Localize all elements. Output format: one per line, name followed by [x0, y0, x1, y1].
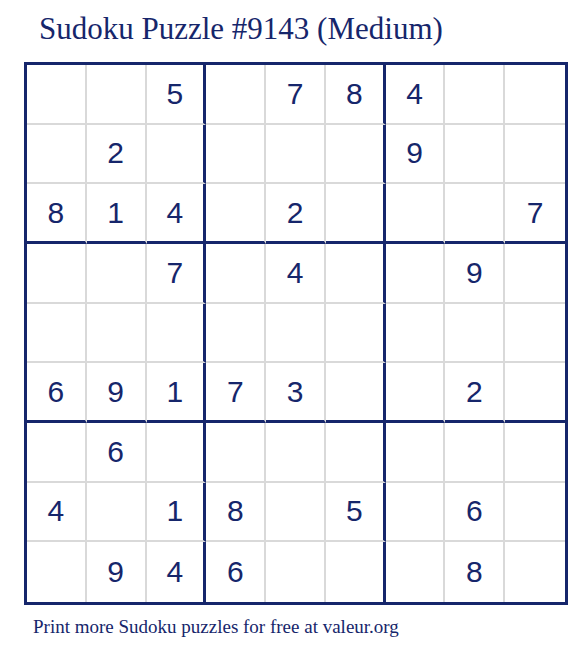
cell-r7c5 — [266, 423, 326, 483]
cell-r3c1: 8 — [27, 184, 87, 244]
cell-r1c8 — [445, 65, 505, 125]
cell-r6c3: 1 — [147, 363, 207, 423]
cell-r9c3: 4 — [147, 542, 207, 602]
cell-r2c8 — [445, 125, 505, 185]
cell-r3c4 — [206, 184, 266, 244]
cell-r1c3: 5 — [147, 65, 207, 125]
cell-r9c6 — [326, 542, 386, 602]
cell-r9c8: 8 — [445, 542, 505, 602]
cell-r1c4 — [206, 65, 266, 125]
cell-r6c8: 2 — [445, 363, 505, 423]
cell-r8c4: 8 — [206, 483, 266, 543]
cell-r3c9: 7 — [505, 184, 565, 244]
cell-r1c6: 8 — [326, 65, 386, 125]
cell-r8c2 — [87, 483, 147, 543]
cell-r1c2 — [87, 65, 147, 125]
cell-r5c4 — [206, 304, 266, 364]
cell-r3c5: 2 — [266, 184, 326, 244]
page-title: Sudoku Puzzle #9143 (Medium) — [39, 12, 443, 46]
cell-r1c5: 7 — [266, 65, 326, 125]
cell-r2c2: 2 — [87, 125, 147, 185]
cell-r9c1 — [27, 542, 87, 602]
cell-r5c6 — [326, 304, 386, 364]
cell-r2c1 — [27, 125, 87, 185]
cell-r8c9 — [505, 483, 565, 543]
cell-r8c5 — [266, 483, 326, 543]
cell-r4c3: 7 — [147, 244, 207, 304]
cell-r8c7 — [386, 483, 446, 543]
cell-r4c5: 4 — [266, 244, 326, 304]
cell-r1c9 — [505, 65, 565, 125]
footer-text: Print more Sudoku puzzles for free at va… — [33, 616, 399, 638]
cell-r6c6 — [326, 363, 386, 423]
cell-r4c7 — [386, 244, 446, 304]
cell-r4c9 — [505, 244, 565, 304]
cell-r7c2: 6 — [87, 423, 147, 483]
cell-r7c1 — [27, 423, 87, 483]
cell-r3c3: 4 — [147, 184, 207, 244]
cell-r4c2 — [87, 244, 147, 304]
cell-r5c9 — [505, 304, 565, 364]
cell-r5c8 — [445, 304, 505, 364]
cell-r6c5: 3 — [266, 363, 326, 423]
cell-r6c1: 6 — [27, 363, 87, 423]
cell-r2c7: 9 — [386, 125, 446, 185]
cell-r1c1 — [27, 65, 87, 125]
cell-r9c4: 6 — [206, 542, 266, 602]
cell-r9c5 — [266, 542, 326, 602]
cell-r7c8 — [445, 423, 505, 483]
cell-r4c6 — [326, 244, 386, 304]
cell-r4c8: 9 — [445, 244, 505, 304]
cell-r3c2: 1 — [87, 184, 147, 244]
cell-r7c9 — [505, 423, 565, 483]
cell-r1c7: 4 — [386, 65, 446, 125]
cell-r3c8 — [445, 184, 505, 244]
cell-r2c3 — [147, 125, 207, 185]
cell-r8c6: 5 — [326, 483, 386, 543]
cell-r4c1 — [27, 244, 87, 304]
cell-r7c6 — [326, 423, 386, 483]
cell-r2c5 — [266, 125, 326, 185]
cell-r5c3 — [147, 304, 207, 364]
cell-r9c9 — [505, 542, 565, 602]
cell-r9c7 — [386, 542, 446, 602]
cell-r2c6 — [326, 125, 386, 185]
cell-r8c8: 6 — [445, 483, 505, 543]
cell-r6c2: 9 — [87, 363, 147, 423]
cell-r8c3: 1 — [147, 483, 207, 543]
cell-r5c2 — [87, 304, 147, 364]
cell-r4c4 — [206, 244, 266, 304]
cell-r2c9 — [505, 125, 565, 185]
cell-r7c4 — [206, 423, 266, 483]
sudoku-board: 578429814277496917326418569468 — [24, 62, 568, 605]
cell-r5c5 — [266, 304, 326, 364]
cell-r8c1: 4 — [27, 483, 87, 543]
cell-r5c7 — [386, 304, 446, 364]
cell-r3c6 — [326, 184, 386, 244]
cell-r6c7 — [386, 363, 446, 423]
cell-r6c9 — [505, 363, 565, 423]
cell-r5c1 — [27, 304, 87, 364]
cell-r7c3 — [147, 423, 207, 483]
cell-r3c7 — [386, 184, 446, 244]
cell-r7c7 — [386, 423, 446, 483]
cell-r6c4: 7 — [206, 363, 266, 423]
cell-r2c4 — [206, 125, 266, 185]
cell-r9c2: 9 — [87, 542, 147, 602]
